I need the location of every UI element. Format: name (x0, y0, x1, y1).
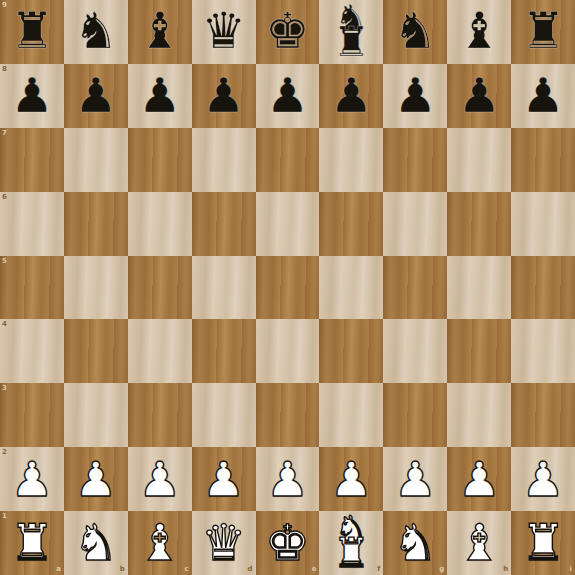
piece-black-queen[interactable]: ♛ (201, 0, 246, 63)
piece-black-knight[interactable]: ♞ (73, 0, 118, 63)
square-e9[interactable]: ♚ (256, 0, 320, 64)
square-a3[interactable]: 3 (0, 383, 64, 447)
piece-black-pawn[interactable]: ♟ (10, 64, 53, 127)
piece-white-pawn[interactable]: ♟ (394, 448, 437, 511)
square-a5[interactable]: 5 (0, 256, 64, 320)
piece-white-king[interactable]: ♚ (265, 512, 310, 575)
file-label-f: f (377, 566, 380, 573)
square-e8[interactable]: ♟ (256, 64, 320, 128)
piece-black-pawn[interactable]: ♟ (138, 64, 181, 127)
piece-black-pawn[interactable]: ♟ (74, 64, 117, 127)
square-h2[interactable]: ♟ (447, 447, 511, 511)
square-h7[interactable] (447, 128, 511, 192)
square-i6[interactable] (511, 192, 575, 256)
square-d9[interactable]: ♛ (192, 0, 256, 64)
square-b8[interactable]: ♟ (64, 64, 128, 128)
square-a6[interactable]: 6 (0, 192, 64, 256)
piece-black-pawn[interactable]: ♟ (330, 64, 373, 127)
piece-black-pawn[interactable]: ♟ (522, 64, 565, 127)
square-b2[interactable]: ♟ (64, 447, 128, 511)
square-f2[interactable]: ♟ (319, 447, 383, 511)
piece-black-king[interactable]: ♚ (265, 0, 310, 63)
piece-black-bishop[interactable]: ♝ (137, 0, 182, 63)
square-e6[interactable] (256, 192, 320, 256)
square-g4[interactable] (383, 319, 447, 383)
piece-white-pawn[interactable]: ♟ (138, 448, 181, 511)
square-c9[interactable]: ♝ (128, 0, 192, 64)
square-d1[interactable]: d♛ (192, 511, 256, 575)
square-f6[interactable] (319, 192, 383, 256)
square-a7[interactable]: 7 (0, 128, 64, 192)
square-h9[interactable]: ♝ (447, 0, 511, 64)
file-label-c: c (185, 566, 189, 573)
rank-label-6: 6 (2, 194, 7, 201)
square-a9[interactable]: 9♜ (0, 0, 64, 64)
rank-label-3: 3 (2, 385, 7, 392)
square-i2[interactable]: ♟ (511, 447, 575, 511)
square-c7[interactable] (128, 128, 192, 192)
square-b1[interactable]: b♞ (64, 511, 128, 575)
file-label-i: i (570, 566, 572, 573)
chancellor-rook-part-icon: ♜ (333, 533, 370, 574)
piece-white-knight[interactable]: ♞ (73, 512, 118, 575)
file-label-h: h (503, 566, 508, 573)
piece-white-pawn[interactable]: ♟ (330, 448, 373, 511)
square-f5[interactable] (319, 256, 383, 320)
piece-white-knight[interactable]: ♞ (393, 512, 438, 575)
square-b7[interactable] (64, 128, 128, 192)
rank-label-4: 4 (2, 321, 7, 328)
piece-white-queen[interactable]: ♛ (201, 512, 246, 575)
square-f4[interactable] (319, 319, 383, 383)
chancellor-rook-part-icon: ♜ (333, 22, 370, 63)
square-i1[interactable]: i♜ (511, 511, 575, 575)
square-a4[interactable]: 4 (0, 319, 64, 383)
square-h4[interactable] (447, 319, 511, 383)
square-b6[interactable] (64, 192, 128, 256)
piece-white-bishop[interactable]: ♝ (457, 512, 502, 575)
square-g6[interactable] (383, 192, 447, 256)
square-i5[interactable] (511, 256, 575, 320)
square-i9[interactable]: ♜ (511, 0, 575, 64)
rank-label-9: 9 (2, 2, 7, 9)
square-h1[interactable]: h♝ (447, 511, 511, 575)
piece-black-pawn[interactable]: ♟ (458, 64, 501, 127)
square-c6[interactable] (128, 192, 192, 256)
square-e2[interactable]: ♟ (256, 447, 320, 511)
piece-white-pawn[interactable]: ♟ (10, 448, 53, 511)
piece-white-pawn[interactable]: ♟ (202, 448, 245, 511)
file-label-e: e (312, 566, 317, 573)
square-i4[interactable] (511, 319, 575, 383)
square-b3[interactable] (64, 383, 128, 447)
square-f3[interactable] (319, 383, 383, 447)
piece-black-pawn[interactable]: ♟ (394, 64, 437, 127)
rank-label-8: 8 (2, 66, 7, 73)
square-f1[interactable]: f♞♜ (319, 511, 383, 575)
square-b9[interactable]: ♞ (64, 0, 128, 64)
square-d4[interactable] (192, 319, 256, 383)
square-c8[interactable]: ♟ (128, 64, 192, 128)
piece-white-pawn[interactable]: ♟ (458, 448, 501, 511)
square-a8[interactable]: 8♟ (0, 64, 64, 128)
rank-label-5: 5 (2, 258, 7, 265)
square-d7[interactable] (192, 128, 256, 192)
rank-label-2: 2 (2, 449, 7, 456)
piece-white-pawn[interactable]: ♟ (522, 448, 565, 511)
square-i7[interactable] (511, 128, 575, 192)
square-e5[interactable] (256, 256, 320, 320)
piece-black-bishop[interactable]: ♝ (457, 0, 502, 63)
piece-white-rook[interactable]: ♜ (10, 512, 55, 575)
square-f9[interactable]: ♞♜ (319, 0, 383, 64)
square-h8[interactable]: ♟ (447, 64, 511, 128)
square-i3[interactable] (511, 383, 575, 447)
square-d5[interactable] (192, 256, 256, 320)
square-b5[interactable] (64, 256, 128, 320)
file-label-a: a (56, 566, 61, 573)
square-d3[interactable] (192, 383, 256, 447)
piece-black-pawn[interactable]: ♟ (202, 64, 245, 127)
piece-black-knight[interactable]: ♞ (393, 0, 438, 63)
square-g8[interactable]: ♟ (383, 64, 447, 128)
square-a2[interactable]: 2♟ (0, 447, 64, 511)
chess-board: 9♜♞♝♛♚♞♜♞♝♜8♟♟♟♟♟♟♟♟♟765432♟♟♟♟♟♟♟♟♟1a♜b… (0, 0, 575, 575)
file-label-b: b (120, 566, 125, 573)
square-a1[interactable]: 1a♜ (0, 511, 64, 575)
square-c2[interactable]: ♟ (128, 447, 192, 511)
file-label-d: d (248, 566, 253, 573)
square-g2[interactable]: ♟ (383, 447, 447, 511)
square-e7[interactable] (256, 128, 320, 192)
square-e3[interactable] (256, 383, 320, 447)
square-h3[interactable] (447, 383, 511, 447)
square-c4[interactable] (128, 319, 192, 383)
piece-white-chancellor[interactable]: ♞♜ (319, 511, 383, 575)
file-label-g: g (439, 566, 444, 573)
square-h5[interactable] (447, 256, 511, 320)
rank-label-7: 7 (2, 130, 7, 137)
square-h6[interactable] (447, 192, 511, 256)
piece-white-pawn[interactable]: ♟ (74, 448, 117, 511)
square-b4[interactable] (64, 319, 128, 383)
piece-white-bishop[interactable]: ♝ (137, 512, 182, 575)
square-c3[interactable] (128, 383, 192, 447)
square-f8[interactable]: ♟ (319, 64, 383, 128)
square-d6[interactable] (192, 192, 256, 256)
square-g7[interactable] (383, 128, 447, 192)
square-f7[interactable] (319, 128, 383, 192)
piece-white-pawn[interactable]: ♟ (266, 448, 309, 511)
piece-black-pawn[interactable]: ♟ (266, 64, 309, 127)
piece-white-rook[interactable]: ♜ (521, 512, 566, 575)
square-g5[interactable] (383, 256, 447, 320)
square-c5[interactable] (128, 256, 192, 320)
piece-black-rook[interactable]: ♜ (521, 0, 566, 63)
board-wrap: 9♜♞♝♛♚♞♜♞♝♜8♟♟♟♟♟♟♟♟♟765432♟♟♟♟♟♟♟♟♟1a♜b… (0, 0, 575, 575)
square-g9[interactable]: ♞ (383, 0, 447, 64)
square-e1[interactable]: e♚ (256, 511, 320, 575)
square-g1[interactable]: g♞ (383, 511, 447, 575)
square-g3[interactable] (383, 383, 447, 447)
square-e4[interactable] (256, 319, 320, 383)
piece-black-rook[interactable]: ♜ (10, 0, 55, 63)
square-i8[interactable]: ♟ (511, 64, 575, 128)
square-d8[interactable]: ♟ (192, 64, 256, 128)
piece-black-chancellor[interactable]: ♞♜ (319, 0, 383, 64)
square-d2[interactable]: ♟ (192, 447, 256, 511)
rank-label-1: 1 (2, 513, 7, 520)
square-c1[interactable]: c♝ (128, 511, 192, 575)
